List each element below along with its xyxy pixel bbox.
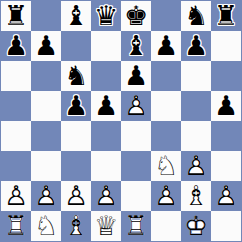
white-pawn-icon[interactable]: ♟♙ — [31, 181, 61, 211]
square-b4[interactable] — [31, 121, 61, 151]
white-piece-outline: ♙ — [181, 151, 211, 181]
square-h6[interactable] — [211, 61, 241, 91]
square-e8[interactable]: ♚ — [121, 1, 151, 31]
white-pawn-icon[interactable]: ♟♙ — [91, 181, 121, 211]
square-e4[interactable] — [121, 121, 151, 151]
square-h1[interactable] — [211, 211, 241, 241]
square-g6[interactable] — [181, 61, 211, 91]
square-g3[interactable]: ♟♙ — [181, 151, 211, 181]
black-pawn-icon[interactable]: ♟ — [31, 31, 61, 61]
square-e1[interactable]: ♜♖ — [121, 211, 151, 241]
white-piece-outline: ♙ — [1, 181, 31, 211]
black-rook-icon[interactable]: ♜ — [1, 1, 31, 31]
square-d1[interactable]: ♛♕ — [91, 211, 121, 241]
white-piece-outline: ♙ — [61, 181, 91, 211]
white-piece-outline: ♘ — [31, 211, 61, 241]
square-e5[interactable]: ♟♙ — [121, 91, 151, 121]
square-f1[interactable] — [151, 211, 181, 241]
black-queen-icon[interactable]: ♛ — [91, 1, 121, 31]
square-f6[interactable] — [151, 61, 181, 91]
black-king-icon[interactable]: ♚ — [121, 1, 151, 31]
white-piece-outline: ♙ — [121, 91, 151, 121]
white-bishop-icon[interactable]: ♝♗ — [181, 181, 211, 211]
black-pawn-icon[interactable]: ♟ — [1, 31, 31, 61]
black-pawn-icon[interactable]: ♟ — [61, 91, 91, 121]
square-b8[interactable] — [31, 1, 61, 31]
square-b2[interactable]: ♟♙ — [31, 181, 61, 211]
square-b1[interactable]: ♞♘ — [31, 211, 61, 241]
square-h3[interactable] — [211, 151, 241, 181]
square-h5[interactable]: ♟ — [211, 91, 241, 121]
square-a3[interactable] — [1, 151, 31, 181]
square-c1[interactable]: ♝♗ — [61, 211, 91, 241]
white-rook-icon[interactable]: ♜♖ — [121, 211, 151, 241]
white-piece-outline: ♗ — [61, 211, 91, 241]
white-queen-icon[interactable]: ♛♕ — [91, 211, 121, 241]
white-piece-outline: ♖ — [1, 211, 31, 241]
square-d3[interactable] — [91, 151, 121, 181]
square-a4[interactable] — [1, 121, 31, 151]
square-c8[interactable]: ♝ — [61, 1, 91, 31]
square-g4[interactable] — [181, 121, 211, 151]
square-g8[interactable]: ♞ — [181, 1, 211, 31]
square-b3[interactable] — [31, 151, 61, 181]
square-f5[interactable] — [151, 91, 181, 121]
black-pawn-icon[interactable]: ♟ — [151, 31, 181, 61]
square-d7[interactable] — [91, 31, 121, 61]
square-c4[interactable] — [61, 121, 91, 151]
square-a2[interactable]: ♟♙ — [1, 181, 31, 211]
square-e3[interactable] — [121, 151, 151, 181]
square-g5[interactable] — [181, 91, 211, 121]
white-pawn-icon[interactable]: ♟♙ — [181, 151, 211, 181]
square-a5[interactable] — [1, 91, 31, 121]
square-g7[interactable]: ♟ — [181, 31, 211, 61]
square-h4[interactable] — [211, 121, 241, 151]
white-piece-outline: ♖ — [121, 211, 151, 241]
square-g2[interactable]: ♝♗ — [181, 181, 211, 211]
square-c2[interactable]: ♟♙ — [61, 181, 91, 211]
white-rook-icon[interactable]: ♜♖ — [1, 211, 31, 241]
square-d8[interactable]: ♛ — [91, 1, 121, 31]
white-pawn-icon[interactable]: ♟♙ — [61, 181, 91, 211]
white-piece-outline: ♙ — [91, 181, 121, 211]
chess-board-frame: ♜♝♛♚♞♜♟♟♝♟♟♞♟♟♟♟♙♟♞♘♟♙♟♙♟♙♟♙♟♙♟♙♝♗♟♙♜♖♞♘… — [0, 0, 242, 242]
square-d5[interactable]: ♟ — [91, 91, 121, 121]
black-pawn-icon[interactable]: ♟ — [121, 61, 151, 91]
square-a8[interactable]: ♜ — [1, 1, 31, 31]
square-b6[interactable] — [31, 61, 61, 91]
square-f7[interactable]: ♟ — [151, 31, 181, 61]
square-f8[interactable] — [151, 1, 181, 31]
black-bishop-icon[interactable]: ♝ — [121, 31, 151, 61]
square-e7[interactable]: ♝ — [121, 31, 151, 61]
black-bishop-icon[interactable]: ♝ — [61, 1, 91, 31]
square-f3[interactable]: ♞♘ — [151, 151, 181, 181]
square-b5[interactable] — [31, 91, 61, 121]
square-c7[interactable] — [61, 31, 91, 61]
white-piece-outline: ♕ — [91, 211, 121, 241]
square-a7[interactable]: ♟ — [1, 31, 31, 61]
black-pawn-icon[interactable]: ♟ — [91, 91, 121, 121]
square-a6[interactable] — [1, 61, 31, 91]
black-pawn-icon[interactable]: ♟ — [181, 31, 211, 61]
square-f2[interactable]: ♟♙ — [151, 181, 181, 211]
black-knight-icon[interactable]: ♞ — [181, 1, 211, 31]
black-rook-icon[interactable]: ♜ — [211, 1, 241, 31]
black-knight-icon[interactable]: ♞ — [61, 61, 91, 91]
square-d2[interactable]: ♟♙ — [91, 181, 121, 211]
square-c5[interactable]: ♟ — [61, 91, 91, 121]
white-piece-outline: ♗ — [181, 181, 211, 211]
white-knight-icon[interactable]: ♞♘ — [31, 211, 61, 241]
white-bishop-icon[interactable]: ♝♗ — [61, 211, 91, 241]
square-e6[interactable]: ♟ — [121, 61, 151, 91]
white-pawn-icon[interactable]: ♟♙ — [151, 181, 181, 211]
square-a1[interactable]: ♜♖ — [1, 211, 31, 241]
white-pawn-icon[interactable]: ♟♙ — [211, 181, 241, 211]
black-pawn-icon[interactable]: ♟ — [211, 91, 241, 121]
square-f4[interactable] — [151, 121, 181, 151]
square-c6[interactable]: ♞ — [61, 61, 91, 91]
square-d4[interactable] — [91, 121, 121, 151]
square-e2[interactable] — [121, 181, 151, 211]
white-piece-outline: ♙ — [211, 181, 241, 211]
white-pawn-icon[interactable]: ♟♙ — [121, 91, 151, 121]
white-piece-outline: ♘ — [151, 151, 181, 181]
white-piece-outline: ♙ — [151, 181, 181, 211]
white-knight-icon[interactable]: ♞♘ — [151, 151, 181, 181]
square-b7[interactable]: ♟ — [31, 31, 61, 61]
square-h8[interactable]: ♜ — [211, 1, 241, 31]
square-h2[interactable]: ♟♙ — [211, 181, 241, 211]
square-g1[interactable]: ♚♔ — [181, 211, 211, 241]
square-d6[interactable] — [91, 61, 121, 91]
white-piece-outline: ♔ — [181, 211, 211, 241]
white-piece-outline: ♙ — [31, 181, 61, 211]
chess-board: ♜♝♛♚♞♜♟♟♝♟♟♞♟♟♟♟♙♟♞♘♟♙♟♙♟♙♟♙♟♙♟♙♝♗♟♙♜♖♞♘… — [1, 1, 241, 241]
white-pawn-icon[interactable]: ♟♙ — [1, 181, 31, 211]
square-h7[interactable] — [211, 31, 241, 61]
square-c3[interactable] — [61, 151, 91, 181]
white-king-icon[interactable]: ♚♔ — [181, 211, 211, 241]
